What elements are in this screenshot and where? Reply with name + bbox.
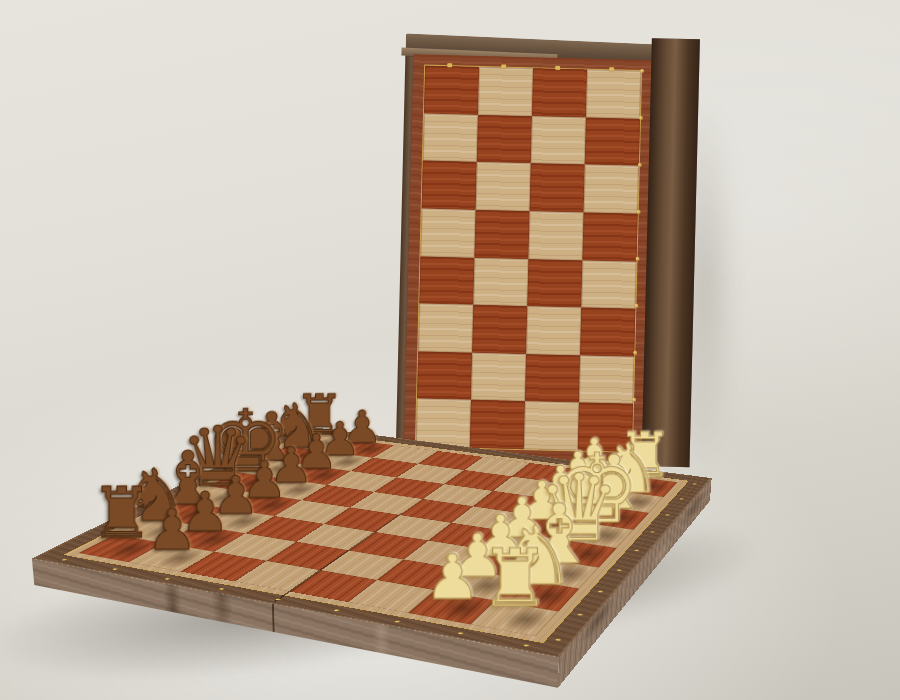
folded-board-square bbox=[417, 351, 472, 400]
brass-pin bbox=[555, 638, 561, 641]
folded-board-square bbox=[423, 113, 478, 162]
brass-pin bbox=[617, 569, 623, 571]
folded-board-square bbox=[472, 305, 527, 354]
brass-pin bbox=[640, 69, 644, 73]
folded-board-upright bbox=[390, 32, 700, 467]
gold-coordinate-mark bbox=[609, 67, 614, 71]
folded-board-square bbox=[473, 257, 528, 306]
brass-pin bbox=[633, 351, 637, 355]
folded-board-square bbox=[476, 162, 531, 211]
folded-board-square bbox=[419, 256, 474, 305]
brass-pin bbox=[639, 116, 643, 120]
folded-board-square bbox=[528, 211, 583, 260]
folded-board-square bbox=[421, 208, 476, 257]
brass-pin bbox=[632, 398, 636, 402]
folded-board-square bbox=[580, 308, 635, 357]
folded-board-square bbox=[478, 67, 533, 116]
brass-pin bbox=[577, 613, 583, 616]
brass-pin bbox=[333, 609, 339, 611]
gold-inlay-border bbox=[415, 65, 642, 453]
brass-pin bbox=[650, 531, 655, 533]
folded-board-square bbox=[470, 400, 525, 449]
folded-board-square bbox=[475, 210, 530, 259]
brass-pin bbox=[634, 549, 639, 551]
gold-coordinate-mark bbox=[501, 64, 506, 68]
brass-pin bbox=[219, 588, 225, 590]
folded-board-square bbox=[422, 161, 477, 210]
folded-board-square bbox=[584, 165, 639, 214]
folded-board-square bbox=[530, 163, 585, 212]
brass-pin bbox=[523, 644, 530, 647]
folded-board-square bbox=[581, 260, 636, 309]
folded-board-checker bbox=[416, 66, 641, 452]
folded-board-square bbox=[418, 304, 473, 353]
folded-board-square bbox=[526, 306, 581, 355]
folded-board-square bbox=[471, 353, 526, 402]
gold-coordinate-mark bbox=[555, 66, 560, 70]
brass-pin bbox=[598, 590, 604, 592]
brass-pin bbox=[634, 304, 638, 308]
folded-board-square bbox=[531, 116, 586, 165]
brass-pin bbox=[61, 559, 67, 561]
brass-pin bbox=[457, 632, 464, 635]
square-a1[interactable]: ♜ bbox=[471, 601, 559, 637]
brass-pin bbox=[112, 568, 118, 570]
folded-board-square bbox=[477, 115, 532, 164]
brass-pin bbox=[638, 163, 642, 167]
folded-board-square bbox=[582, 212, 637, 261]
brass-pin bbox=[635, 257, 639, 261]
product-photo-scene: ♜♞♝♛♚♝♞♜♟♟♟♟♟♟♟♟♟♟♟♟♟♟♟♟♜♞♝♛♚♝♞♜ bbox=[0, 0, 900, 700]
folded-board-square bbox=[586, 70, 641, 119]
brass-pin bbox=[637, 210, 641, 214]
gold-coordinate-mark bbox=[447, 63, 452, 67]
brass-pin bbox=[665, 514, 670, 516]
folded-board-square bbox=[525, 354, 580, 403]
brass-pin bbox=[164, 578, 170, 580]
folded-board-square bbox=[424, 66, 479, 115]
folded-board-square bbox=[532, 68, 587, 117]
folded-board-square bbox=[585, 117, 640, 166]
folded-board-square bbox=[579, 355, 634, 404]
brass-pin bbox=[693, 483, 698, 485]
folded-board-square bbox=[527, 259, 582, 308]
brass-pin bbox=[394, 620, 401, 623]
folded-board-face bbox=[404, 54, 654, 462]
brass-pin bbox=[679, 498, 684, 500]
